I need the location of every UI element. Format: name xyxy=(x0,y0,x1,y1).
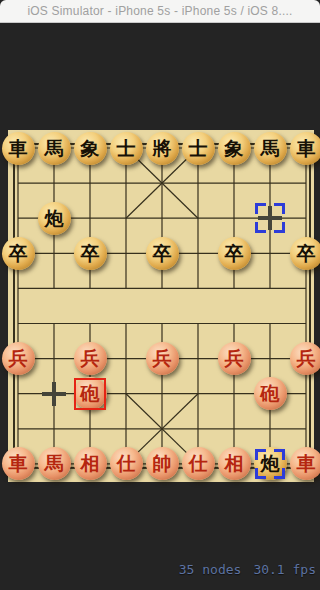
red-soldier[interactable]: 兵 xyxy=(218,342,251,375)
black-move-to-highlight xyxy=(255,449,285,479)
black-chariot[interactable]: 車 xyxy=(2,132,35,165)
black-horse[interactable]: 馬 xyxy=(38,132,71,165)
black-advisor[interactable]: 士 xyxy=(110,132,143,165)
fps-counter: 30.1 fps xyxy=(253,562,316,577)
red-soldier[interactable]: 兵 xyxy=(2,342,35,375)
red-general[interactable]: 帥 xyxy=(146,447,179,480)
title-bar[interactable]: iOS Simulator - iPhone 5s - iPhone 5s / … xyxy=(0,0,320,23)
move-origin-cross xyxy=(42,382,66,406)
red-cannon[interactable]: 砲 xyxy=(254,377,287,410)
black-soldier[interactable]: 卒 xyxy=(290,237,320,270)
red-horse[interactable]: 馬 xyxy=(38,447,71,480)
black-soldier[interactable]: 卒 xyxy=(74,237,107,270)
red-chariot[interactable]: 車 xyxy=(2,447,35,480)
red-elephant[interactable]: 相 xyxy=(74,447,107,480)
red-soldier[interactable]: 兵 xyxy=(146,342,179,375)
black-soldier[interactable]: 卒 xyxy=(2,237,35,270)
simulator-window: iOS Simulator - iPhone 5s - iPhone 5s / … xyxy=(0,0,320,590)
red-soldier[interactable]: 兵 xyxy=(74,342,107,375)
black-soldier[interactable]: 卒 xyxy=(218,237,251,270)
xiangqi-board[interactable]: 車馬象士將士象馬車炮卒卒卒卒卒兵兵兵兵兵砲砲車馬相仕帥仕相炮車 xyxy=(8,130,314,482)
black-soldier[interactable]: 卒 xyxy=(146,237,179,270)
red-elephant[interactable]: 相 xyxy=(218,447,251,480)
board-grid xyxy=(8,130,314,482)
black-advisor[interactable]: 士 xyxy=(182,132,215,165)
stats-hud: 35 nodes30.1 fps xyxy=(179,562,316,577)
node-count: 35 nodes xyxy=(179,562,242,577)
red-move-to-highlight xyxy=(74,378,106,410)
black-horse[interactable]: 馬 xyxy=(254,132,287,165)
black-chariot[interactable]: 車 xyxy=(290,132,320,165)
window-title: iOS Simulator - iPhone 5s - iPhone 5s / … xyxy=(0,0,320,22)
black-elephant[interactable]: 象 xyxy=(74,132,107,165)
red-advisor[interactable]: 仕 xyxy=(110,447,143,480)
black-elephant[interactable]: 象 xyxy=(218,132,251,165)
phone-screen: 車馬象士將士象馬車炮卒卒卒卒卒兵兵兵兵兵砲砲車馬相仕帥仕相炮車 35 nodes… xyxy=(0,23,320,590)
black-general[interactable]: 將 xyxy=(146,132,179,165)
red-soldier[interactable]: 兵 xyxy=(290,342,320,375)
red-advisor[interactable]: 仕 xyxy=(182,447,215,480)
black-move-from-highlight xyxy=(255,203,285,233)
black-cannon[interactable]: 炮 xyxy=(38,202,71,235)
